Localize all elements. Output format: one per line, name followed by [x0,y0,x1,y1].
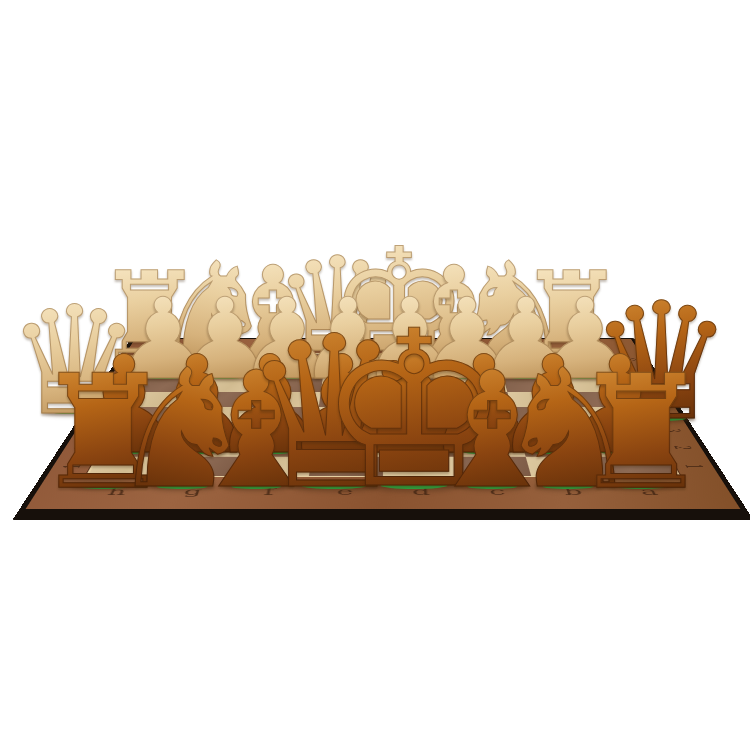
pieces-layer: ♜♞♝♛♚♝♞♜♛♟♟♟♟♟♟♟♟♛♟♟♟♟♟♟♟♟♜♞♝♛♚♝♞♜ [0,0,750,750]
scene: hgfedcba1122334455667788 ♜♞♝♛♚♝♞♜♛♟♟♟♟♟♟… [0,0,750,750]
piece-brown-rook[interactable]: ♜ [571,354,712,511]
chess-set-product-photo: hgfedcba1122334455667788 ♜♞♝♛♚♝♞♜♛♟♟♟♟♟♟… [0,0,750,750]
